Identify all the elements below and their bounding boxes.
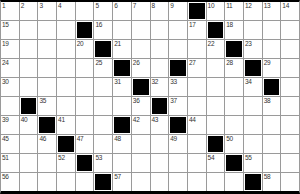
cell-r2c4[interactable] — [57, 21, 75, 39]
cell-r5c10[interactable]: 33 — [169, 78, 187, 96]
cell-r7c16[interactable] — [281, 116, 299, 134]
cell-r2c11[interactable]: 17 — [188, 21, 206, 39]
block-cell-r10c6 — [94, 173, 112, 191]
cell-r1c15[interactable]: 13 — [263, 2, 281, 20]
cell-r3c11[interactable] — [188, 40, 206, 58]
block-cell-r2c5 — [76, 21, 94, 39]
cell-r5c14[interactable]: 34 — [244, 78, 262, 96]
cell-r4c5[interactable] — [76, 59, 94, 77]
cell-r3c15[interactable] — [263, 40, 281, 58]
cell-r10c12[interactable] — [207, 173, 225, 191]
cell-r2c16[interactable] — [281, 21, 299, 39]
cell-r8c13[interactable]: 50 — [225, 135, 243, 153]
cell-r6c11[interactable] — [188, 97, 206, 115]
cell-r2c13[interactable]: 18 — [225, 21, 243, 39]
clue-number: 44 — [189, 116, 196, 124]
cell-r5c2[interactable] — [20, 78, 38, 96]
clue-number: 16 — [95, 21, 102, 29]
cell-r10c5[interactable] — [76, 173, 94, 191]
cell-r6c4[interactable] — [57, 97, 75, 115]
clue-number: 22 — [208, 40, 215, 48]
cell-r6c6[interactable] — [94, 97, 112, 115]
cell-r4c11[interactable]: 27 — [188, 59, 206, 77]
cell-r3c3[interactable] — [38, 40, 56, 58]
cell-r10c1[interactable]: 56 — [1, 173, 19, 191]
cell-r5c3[interactable] — [38, 78, 56, 96]
block-cell-r3c13 — [225, 40, 243, 58]
clue-number: 36 — [133, 97, 140, 105]
block-cell-r9c13 — [225, 154, 243, 172]
cell-r1c5[interactable] — [76, 2, 94, 20]
cell-r7c2[interactable]: 40 — [20, 116, 38, 134]
cell-r1c2[interactable]: 2 — [20, 2, 38, 20]
cell-r1c8[interactable]: 7 — [132, 2, 150, 20]
cell-r6c3[interactable]: 35 — [38, 97, 56, 115]
block-cell-r2c12 — [207, 21, 225, 39]
clue-number: 54 — [208, 154, 215, 162]
cell-r1c12[interactable]: 10 — [207, 2, 225, 20]
cell-r4c4[interactable] — [57, 59, 75, 77]
cell-r7c12[interactable] — [207, 116, 225, 134]
clue-number: 50 — [226, 135, 233, 143]
cell-r4c12[interactable] — [207, 59, 225, 77]
clue-number: 9 — [170, 2, 173, 10]
cell-r7c14[interactable] — [244, 116, 262, 134]
cell-r9c8[interactable] — [132, 154, 150, 172]
cell-r7c9[interactable]: 43 — [151, 116, 169, 134]
clue-number: 56 — [2, 173, 9, 181]
cell-r6c1[interactable] — [1, 97, 19, 115]
cell-r9c2[interactable] — [20, 154, 38, 172]
clue-number: 4 — [58, 2, 61, 10]
cell-r1c4[interactable]: 4 — [57, 2, 75, 20]
clue-number: 2 — [21, 2, 24, 10]
cell-r10c15[interactable]: 58 — [263, 173, 281, 191]
clue-number: 51 — [2, 154, 9, 162]
block-cell-r7c10 — [169, 116, 187, 134]
cell-r10c4[interactable] — [57, 173, 75, 191]
cell-r8c8[interactable] — [132, 135, 150, 153]
clue-number: 13 — [264, 2, 271, 10]
block-cell-r4c10 — [169, 59, 187, 77]
cell-r6c12[interactable] — [207, 97, 225, 115]
clue-number: 8 — [152, 2, 155, 10]
clue-number: 6 — [114, 2, 117, 10]
cell-r8c10[interactable]: 49 — [169, 135, 187, 153]
cell-r6c10[interactable]: 37 — [169, 97, 187, 115]
cell-r8c5[interactable]: 47 — [76, 135, 94, 153]
cell-r5c1[interactable]: 30 — [1, 78, 19, 96]
cell-r10c13[interactable] — [225, 173, 243, 191]
cell-r9c16[interactable] — [281, 154, 299, 172]
cell-r1c1[interactable]: 1 — [1, 2, 19, 20]
cell-r8c7[interactable]: 48 — [113, 135, 131, 153]
clue-number: 39 — [2, 116, 9, 124]
cell-r9c14[interactable]: 55 — [244, 154, 262, 172]
clue-number: 43 — [152, 116, 159, 124]
cell-r4c2[interactable] — [20, 59, 38, 77]
cell-r9c15[interactable] — [263, 154, 281, 172]
cell-r6c14[interactable] — [244, 97, 262, 115]
cell-r8c14[interactable] — [244, 135, 262, 153]
cell-r4c13[interactable]: 28 — [225, 59, 243, 77]
cell-r1c7[interactable]: 6 — [113, 2, 131, 20]
cell-r10c11[interactable] — [188, 173, 206, 191]
cell-r4c16[interactable] — [281, 59, 299, 77]
cell-r5c6[interactable] — [94, 78, 112, 96]
cell-r1c9[interactable]: 8 — [151, 2, 169, 20]
clue-number: 37 — [170, 97, 177, 105]
cell-r7c15[interactable] — [263, 116, 281, 134]
cell-r7c11[interactable]: 44 — [188, 116, 206, 134]
clue-number: 52 — [58, 154, 65, 162]
clue-number: 20 — [77, 40, 84, 48]
clue-number: 11 — [226, 2, 232, 10]
clue-number: 23 — [245, 40, 252, 48]
clue-number: 24 — [2, 59, 9, 67]
clue-number: 31 — [114, 78, 121, 86]
cell-r4c6[interactable]: 25 — [94, 59, 112, 77]
cell-r2c7[interactable] — [113, 21, 131, 39]
clue-number: 49 — [170, 135, 177, 143]
block-cell-r10c14 — [244, 173, 262, 191]
clue-number: 58 — [264, 173, 271, 181]
cell-r3c12[interactable]: 22 — [207, 40, 225, 58]
cell-r4c15[interactable]: 29 — [263, 59, 281, 77]
cell-r8c9[interactable] — [151, 135, 169, 153]
cell-r9c10[interactable] — [169, 154, 187, 172]
cell-r2c14[interactable] — [244, 21, 262, 39]
clue-number: 18 — [226, 21, 233, 29]
clue-number: 17 — [189, 21, 196, 29]
block-cell-r3c6 — [94, 40, 112, 58]
cell-r3c1[interactable]: 19 — [1, 40, 19, 58]
crossword-board: 1234567891011121314151617181920212223242… — [0, 0, 300, 194]
clue-number: 7 — [133, 2, 136, 10]
cell-r10c8[interactable] — [132, 173, 150, 191]
cell-r4c3[interactable] — [38, 59, 56, 77]
cell-r5c13[interactable] — [225, 78, 243, 96]
clue-number: 1 — [2, 2, 5, 10]
cell-r9c11[interactable] — [188, 154, 206, 172]
cell-r2c3[interactable] — [38, 21, 56, 39]
cell-r10c10[interactable] — [169, 173, 187, 191]
cell-r3c9[interactable] — [151, 40, 169, 58]
cell-r10c7[interactable]: 57 — [113, 173, 131, 191]
cell-r1c16[interactable]: 14 — [281, 2, 299, 20]
clue-number: 19 — [2, 40, 9, 48]
clue-number: 5 — [95, 2, 98, 10]
clue-number: 41 — [58, 116, 65, 124]
cell-r3c8[interactable] — [132, 40, 150, 58]
clue-number: 47 — [77, 135, 84, 143]
cell-r7c13[interactable] — [225, 116, 243, 134]
cell-r2c8[interactable] — [132, 21, 150, 39]
clue-number: 29 — [264, 59, 271, 67]
cell-r10c2[interactable] — [20, 173, 38, 191]
clue-number: 15 — [2, 21, 9, 29]
clue-number: 12 — [245, 2, 252, 10]
clue-number: 33 — [170, 78, 177, 86]
cell-r6c16[interactable] — [281, 97, 299, 115]
cell-r9c9[interactable] — [151, 154, 169, 172]
clue-number: 40 — [21, 116, 28, 124]
cell-r6c8[interactable]: 36 — [132, 97, 150, 115]
cell-r2c10[interactable] — [169, 21, 187, 39]
cell-r7c4[interactable]: 41 — [57, 116, 75, 134]
cell-r3c4[interactable] — [57, 40, 75, 58]
clue-number: 46 — [39, 135, 46, 143]
clue-number: 3 — [39, 2, 42, 10]
cell-r8c1[interactable]: 45 — [1, 135, 19, 153]
block-cell-r9c5 — [76, 154, 94, 172]
cell-r1c13[interactable]: 11 — [225, 2, 243, 20]
clue-number: 26 — [133, 59, 140, 67]
block-cell-r6c9 — [151, 97, 169, 115]
clue-number: 30 — [2, 78, 9, 86]
cell-r6c13[interactable] — [225, 97, 243, 115]
cell-r7c1[interactable]: 39 — [1, 116, 19, 134]
cell-r8c16[interactable] — [281, 135, 299, 153]
cell-r8c3[interactable]: 46 — [38, 135, 56, 153]
cell-r10c9[interactable] — [151, 173, 169, 191]
cell-r3c2[interactable] — [20, 40, 38, 58]
cell-r6c7[interactable] — [113, 97, 131, 115]
cell-r2c9[interactable] — [151, 21, 169, 39]
block-cell-r6c2 — [20, 97, 38, 115]
block-cell-r5c8 — [132, 78, 150, 96]
cell-r1c6[interactable]: 5 — [94, 2, 112, 20]
clue-number: 28 — [226, 59, 233, 67]
block-cell-r4c14 — [244, 59, 262, 77]
clue-number: 53 — [95, 154, 102, 162]
cell-r9c12[interactable]: 54 — [207, 154, 225, 172]
cell-r9c3[interactable] — [38, 154, 56, 172]
block-cell-r7c7 — [113, 116, 131, 134]
clue-number: 57 — [114, 173, 121, 181]
block-cell-r7c3 — [38, 116, 56, 134]
cell-r7c8[interactable]: 42 — [132, 116, 150, 134]
clue-number: 25 — [95, 59, 102, 67]
block-cell-r1c11 — [188, 2, 206, 20]
cell-r6c15[interactable]: 38 — [263, 97, 281, 115]
cell-r1c14[interactable]: 12 — [244, 2, 262, 20]
cell-r3c5[interactable]: 20 — [76, 40, 94, 58]
cell-r3c16[interactable] — [281, 40, 299, 58]
cell-r9c1[interactable]: 51 — [1, 154, 19, 172]
crossword-grid: 1234567891011121314151617181920212223242… — [1, 2, 299, 191]
clue-number: 38 — [264, 97, 271, 105]
cell-r2c2[interactable] — [20, 21, 38, 39]
block-cell-r4c7 — [113, 59, 131, 77]
block-cell-r5c15 — [263, 78, 281, 96]
cell-r7c6[interactable] — [94, 116, 112, 134]
cell-r2c6[interactable]: 16 — [94, 21, 112, 39]
block-cell-r8c12 — [207, 135, 225, 153]
clue-number: 55 — [245, 154, 252, 162]
clue-number: 34 — [245, 78, 252, 86]
clue-number: 21 — [114, 40, 121, 48]
cell-r8c11[interactable] — [188, 135, 206, 153]
cell-r4c8[interactable]: 26 — [132, 59, 150, 77]
cell-r10c16[interactable] — [281, 173, 299, 191]
cell-r5c4[interactable] — [57, 78, 75, 96]
block-cell-r8c4 — [57, 135, 75, 153]
cell-r3c14[interactable]: 23 — [244, 40, 262, 58]
cell-r2c15[interactable] — [263, 21, 281, 39]
cell-r4c1[interactable]: 24 — [1, 59, 19, 77]
clue-number: 10 — [208, 2, 215, 10]
clue-number: 42 — [133, 116, 140, 124]
clue-number: 45 — [2, 135, 9, 143]
cell-r5c11[interactable] — [188, 78, 206, 96]
cell-r6c5[interactable] — [76, 97, 94, 115]
cell-r10c3[interactable] — [38, 173, 56, 191]
cell-r5c12[interactable] — [207, 78, 225, 96]
clue-number: 35 — [39, 97, 46, 105]
cell-r1c3[interactable]: 3 — [38, 2, 56, 20]
cell-r9c6[interactable]: 53 — [94, 154, 112, 172]
cell-r9c4[interactable]: 52 — [57, 154, 75, 172]
clue-number: 32 — [152, 78, 159, 86]
cell-r5c16[interactable] — [281, 78, 299, 96]
clue-number: 14 — [282, 2, 289, 10]
cell-r5c5[interactable] — [76, 78, 94, 96]
cell-r1c10[interactable]: 9 — [169, 2, 187, 20]
cell-r4c9[interactable] — [151, 59, 169, 77]
clue-number: 48 — [114, 135, 121, 143]
clue-number: 27 — [189, 59, 196, 67]
cell-r5c7[interactable]: 31 — [113, 78, 131, 96]
cell-r8c2[interactable] — [20, 135, 38, 153]
cell-r2c1[interactable]: 15 — [1, 21, 19, 39]
cell-r5c9[interactable]: 32 — [151, 78, 169, 96]
cell-r8c15[interactable] — [263, 135, 281, 153]
cell-r9c7[interactable] — [113, 154, 131, 172]
cell-r3c7[interactable]: 21 — [113, 40, 131, 58]
cell-r8c6[interactable] — [94, 135, 112, 153]
cell-r7c5[interactable] — [76, 116, 94, 134]
cell-r3c10[interactable] — [169, 40, 187, 58]
